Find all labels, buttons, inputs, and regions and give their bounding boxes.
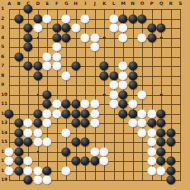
stone-white-E7 (43, 62, 52, 71)
stone-white-L11 (109, 100, 118, 109)
col-label-A: A (8, 1, 12, 7)
stone-white-E19 (43, 176, 52, 185)
grid-line-h (9, 9, 181, 10)
col-label-B: B (17, 1, 21, 7)
stone-black-F3 (52, 24, 61, 33)
grid-line-v (133, 9, 134, 181)
stone-white-M3 (119, 24, 128, 33)
col-label-D: D (36, 1, 40, 7)
stone-black-R18 (166, 166, 175, 175)
grid-line-v (76, 9, 77, 181)
stone-black-R19 (166, 176, 175, 185)
stone-black-Q14 (157, 128, 166, 137)
col-label-K: K (103, 1, 107, 7)
stone-black-P4 (147, 33, 156, 42)
col-label-L: L (112, 1, 115, 7)
stone-black-D7 (33, 62, 42, 71)
stone-white-D3 (33, 24, 42, 33)
stone-black-H12 (71, 109, 80, 118)
stone-black-R17 (166, 157, 175, 166)
stone-black-B17 (14, 157, 23, 166)
stone-white-E13 (43, 119, 52, 128)
stone-white-I11 (81, 100, 90, 109)
stone-white-P15 (147, 138, 156, 147)
stone-white-P17 (147, 157, 156, 166)
row-label-2: 2 (1, 17, 4, 22)
stone-white-D19 (33, 176, 42, 185)
stone-black-C3 (24, 24, 33, 33)
stone-white-C18 (24, 166, 33, 175)
stone-white-J4 (90, 33, 99, 42)
stone-black-Q12 (157, 109, 166, 118)
stone-black-N9 (128, 81, 137, 90)
stone-black-F4 (52, 33, 61, 42)
col-label-Q: Q (159, 1, 163, 7)
stone-white-P12 (147, 109, 156, 118)
grid-line-h (9, 95, 181, 96)
row-label-3: 3 (1, 26, 4, 31)
stone-white-G2 (62, 14, 71, 23)
col-label-N: N (131, 1, 135, 7)
stone-white-G18 (62, 166, 71, 175)
col-label-J: J (94, 1, 96, 7)
stone-black-C15 (24, 138, 33, 147)
stone-black-M12 (119, 109, 128, 118)
stone-black-B18 (14, 166, 23, 175)
stone-black-E10 (43, 90, 52, 99)
stone-white-N13 (128, 119, 137, 128)
stone-white-I2 (81, 14, 90, 23)
stone-white-G14 (62, 128, 71, 137)
stone-black-D12 (33, 109, 42, 118)
stone-black-G11 (62, 100, 71, 109)
stone-black-B16 (14, 147, 23, 156)
stone-white-H3 (71, 24, 80, 33)
stone-white-E6 (43, 52, 52, 61)
stone-white-M4 (119, 33, 128, 42)
stone-white-Q18 (157, 166, 166, 175)
stone-white-J16 (90, 147, 99, 156)
stone-black-L8 (109, 71, 118, 80)
stone-white-J5 (90, 43, 99, 52)
grid-line-h (9, 57, 181, 58)
stone-white-O4 (138, 33, 147, 42)
stone-white-F6 (52, 52, 61, 61)
stone-white-A17 (5, 157, 14, 166)
stone-black-P13 (147, 119, 156, 128)
stone-black-M2 (119, 14, 128, 23)
stone-white-E15 (43, 138, 52, 147)
stone-white-O10 (138, 90, 147, 99)
stone-black-I13 (81, 119, 90, 128)
stone-white-D18 (33, 166, 42, 175)
row-label-13: 13 (1, 121, 7, 126)
col-label-G: G (64, 1, 68, 7)
stone-black-G16 (62, 147, 71, 156)
stone-black-Q15 (157, 138, 166, 147)
col-label-O: O (140, 1, 144, 7)
stone-white-F5 (52, 43, 61, 52)
stone-white-M9 (119, 81, 128, 90)
stone-white-F7 (52, 62, 61, 71)
stone-black-K7 (100, 62, 109, 71)
stone-black-C7 (24, 62, 33, 71)
stone-black-I12 (81, 109, 90, 118)
stone-white-L10 (109, 90, 118, 99)
col-label-M: M (121, 1, 126, 7)
stone-black-P3 (147, 24, 156, 33)
stone-black-H7 (71, 62, 80, 71)
stone-black-C1 (24, 5, 33, 14)
stone-white-K16 (100, 147, 109, 156)
stone-black-I17 (81, 157, 90, 166)
stone-white-L3 (109, 24, 118, 33)
stone-black-C4 (24, 33, 33, 42)
stone-white-F11 (52, 100, 61, 109)
stone-black-A12 (5, 109, 14, 118)
stone-white-O12 (138, 109, 147, 118)
stone-white-L2 (109, 14, 118, 23)
stone-black-Q13 (157, 119, 166, 128)
stone-white-L9 (109, 81, 118, 90)
stone-black-B15 (14, 138, 23, 147)
grid-line-v (180, 9, 181, 181)
stone-black-B2 (14, 14, 23, 23)
row-label-4: 4 (1, 36, 4, 41)
stone-black-G4 (62, 33, 71, 42)
stone-black-N2 (128, 14, 137, 23)
stone-white-O14 (138, 128, 147, 137)
stone-white-G8 (62, 71, 71, 80)
stone-white-J13 (90, 119, 99, 128)
grid-line-h (9, 85, 181, 86)
stone-black-E11 (43, 100, 52, 109)
row-label-5: 5 (1, 45, 4, 50)
stone-black-H15 (71, 138, 80, 147)
stone-black-M11 (119, 100, 128, 109)
col-label-H: H (74, 1, 78, 7)
stone-black-Q3 (157, 24, 166, 33)
stone-white-E2 (43, 14, 52, 23)
stone-black-R14 (166, 128, 175, 137)
stone-white-P14 (147, 128, 156, 137)
stone-black-G3 (62, 24, 71, 33)
stone-white-O13 (138, 119, 147, 128)
stone-black-D2 (33, 14, 42, 23)
stone-black-Q16 (157, 147, 166, 156)
stone-black-O2 (138, 14, 147, 23)
stone-white-J11 (90, 100, 99, 109)
stone-white-I4 (81, 33, 90, 42)
col-label-S: S (179, 1, 182, 7)
stone-white-K17 (100, 157, 109, 166)
col-label-I: I (84, 1, 86, 7)
stone-black-M10 (119, 90, 128, 99)
stone-black-H13 (71, 119, 80, 128)
stone-white-A18 (5, 166, 14, 175)
row-label-7: 7 (1, 64, 4, 69)
stone-black-B6 (14, 52, 23, 61)
stone-white-M7 (119, 62, 128, 71)
stone-black-J17 (90, 157, 99, 166)
row-label-10: 10 (1, 93, 7, 98)
stone-black-B14 (14, 128, 23, 137)
stone-white-N11 (128, 100, 137, 109)
col-label-E: E (46, 1, 49, 7)
stone-white-D15 (33, 138, 42, 147)
stone-black-G12 (62, 109, 71, 118)
stone-black-N7 (128, 62, 137, 71)
col-label-R: R (169, 1, 173, 7)
stone-white-C13 (24, 119, 33, 128)
row-label-9: 9 (1, 83, 4, 88)
col-label-F: F (55, 1, 58, 7)
stone-white-C14 (24, 128, 33, 137)
stone-white-A16 (5, 147, 14, 156)
row-label-19: 19 (1, 178, 7, 183)
stone-black-H11 (71, 100, 80, 109)
stone-black-E18 (43, 166, 52, 175)
stone-white-M8 (119, 71, 128, 80)
row-label-11: 11 (1, 102, 7, 107)
stone-white-C17 (24, 157, 33, 166)
row-label-14: 14 (1, 131, 7, 136)
stone-black-R15 (166, 138, 175, 147)
row-label-15: 15 (1, 140, 7, 145)
stone-black-K8 (100, 71, 109, 80)
go-board[interactable]: ABCDEFGHIJKLMNOPQRS123456789101112131415… (0, 0, 190, 190)
stone-white-J12 (90, 109, 99, 118)
row-label-6: 6 (1, 55, 4, 60)
stone-black-C5 (24, 43, 33, 52)
stone-white-P16 (147, 147, 156, 156)
stone-black-D13 (33, 119, 42, 128)
row-label-8: 8 (1, 74, 4, 79)
col-label-P: P (150, 1, 153, 7)
stone-black-Q17 (157, 157, 166, 166)
stone-black-C19 (24, 176, 33, 185)
row-label-1: 1 (1, 7, 4, 12)
stone-white-E12 (43, 109, 52, 118)
stone-black-D8 (33, 71, 42, 80)
stone-black-H17 (71, 157, 80, 166)
stone-black-N8 (128, 71, 137, 80)
stone-white-F12 (52, 109, 61, 118)
stone-white-P18 (147, 166, 156, 175)
stone-white-D14 (33, 128, 42, 137)
stone-black-B13 (14, 119, 23, 128)
grid-line-v (171, 9, 172, 181)
stone-black-N12 (128, 109, 137, 118)
stone-black-I15 (81, 138, 90, 147)
